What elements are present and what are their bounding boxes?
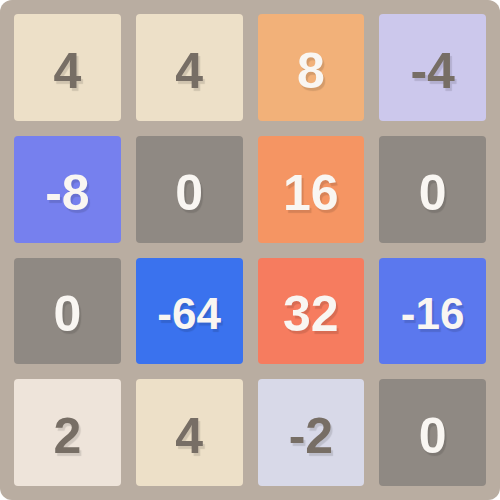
tile-r2-c1: -64: [136, 258, 243, 365]
tile-r3-c0: 2: [14, 379, 121, 486]
tile-r1-c1: 0: [136, 136, 243, 243]
game-stage: 4 4 8 -4 -8 0 16 0 0 -64 32 -16 2 4 -2 0: [0, 0, 500, 500]
tile-r1-c0: -8: [14, 136, 121, 243]
tile-r2-c2: 32: [258, 258, 365, 365]
tile-r3-c3: 0: [379, 379, 486, 486]
tile-r3-c2: -2: [258, 379, 365, 486]
tile-r1-c2: 16: [258, 136, 365, 243]
tile-r2-c0: 0: [14, 258, 121, 365]
tile-r0-c1: 4: [136, 14, 243, 121]
game-board[interactable]: 4 4 8 -4 -8 0 16 0 0 -64 32 -16 2 4 -2 0: [0, 0, 500, 500]
tile-r0-c0: 4: [14, 14, 121, 121]
tile-r0-c3: -4: [379, 14, 486, 121]
tile-r1-c3: 0: [379, 136, 486, 243]
tile-r3-c1: 4: [136, 379, 243, 486]
tile-r2-c3: -16: [379, 258, 486, 365]
tile-r0-c2: 8: [258, 14, 365, 121]
